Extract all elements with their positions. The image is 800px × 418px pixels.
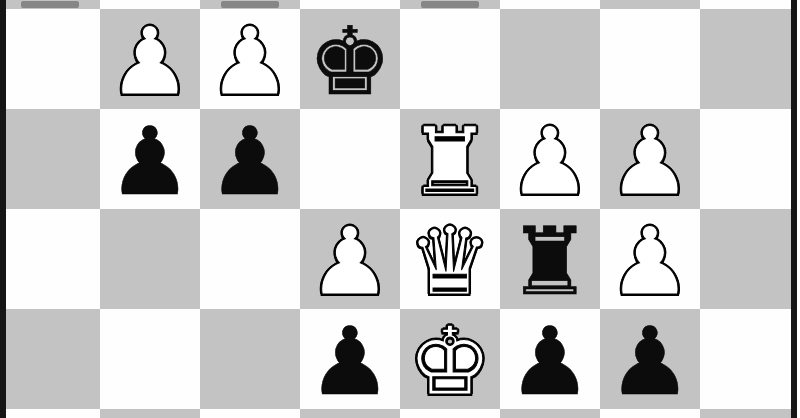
piece-white-pawn: ♟ — [508, 115, 592, 209]
square-h7[interactable] — [700, 0, 800, 9]
square-b2[interactable] — [100, 409, 200, 418]
cropped-piece-fragment — [421, 1, 479, 8]
square-g6[interactable] — [600, 9, 700, 109]
piece-white-king: ♚ — [408, 315, 492, 409]
square-h3[interactable] — [700, 309, 800, 409]
chess-board-diagram: ♟♟♚♟♟♜♟♟♟♛♜♟♟♚♟♟ — [0, 0, 800, 418]
square-f6[interactable] — [500, 9, 600, 109]
square-h6[interactable] — [700, 9, 800, 109]
cropped-piece-fragment — [21, 1, 79, 8]
square-g2[interactable] — [600, 409, 700, 418]
piece-white-pawn: ♟ — [108, 15, 192, 109]
piece-white-rook: ♜ — [408, 115, 492, 209]
square-d2[interactable] — [300, 409, 400, 418]
square-e6[interactable] — [400, 9, 500, 109]
piece-white-pawn: ♟ — [608, 215, 692, 309]
piece-black-king: ♚ — [308, 15, 392, 109]
piece-black-rook: ♜ — [508, 215, 592, 309]
piece-black-pawn: ♟ — [508, 315, 592, 409]
square-h2[interactable] — [700, 409, 800, 418]
square-a5[interactable] — [0, 109, 100, 209]
square-a7[interactable] — [0, 0, 100, 9]
piece-white-pawn: ♟ — [208, 15, 292, 109]
square-g7[interactable] — [600, 0, 700, 9]
square-a4[interactable] — [0, 209, 100, 309]
square-c2[interactable] — [200, 409, 300, 418]
square-d4[interactable]: ♟ — [300, 209, 400, 309]
square-e5[interactable]: ♜ — [400, 109, 500, 209]
piece-black-pawn: ♟ — [108, 115, 192, 209]
square-d5[interactable] — [300, 109, 400, 209]
square-b5[interactable]: ♟ — [100, 109, 200, 209]
piece-black-pawn: ♟ — [608, 315, 692, 409]
square-f2[interactable] — [500, 409, 600, 418]
square-b4[interactable] — [100, 209, 200, 309]
square-g3[interactable]: ♟ — [600, 309, 700, 409]
square-f3[interactable]: ♟ — [500, 309, 600, 409]
square-f4[interactable]: ♜ — [500, 209, 600, 309]
square-c3[interactable] — [200, 309, 300, 409]
square-b6[interactable]: ♟ — [100, 9, 200, 109]
square-a3[interactable] — [0, 309, 100, 409]
square-h5[interactable] — [700, 109, 800, 209]
square-b3[interactable] — [100, 309, 200, 409]
board-grid: ♟♟♚♟♟♜♟♟♟♛♜♟♟♚♟♟ — [0, 0, 800, 418]
square-d3[interactable]: ♟ — [300, 309, 400, 409]
square-c5[interactable]: ♟ — [200, 109, 300, 209]
square-h4[interactable] — [700, 209, 800, 309]
board-left-border — [0, 0, 6, 418]
square-a2[interactable] — [0, 409, 100, 418]
piece-white-queen: ♛ — [408, 215, 492, 309]
square-e4[interactable]: ♛ — [400, 209, 500, 309]
piece-white-pawn: ♟ — [608, 115, 692, 209]
piece-black-pawn: ♟ — [208, 115, 292, 209]
square-e7[interactable] — [400, 0, 500, 9]
square-f5[interactable]: ♟ — [500, 109, 600, 209]
square-g5[interactable]: ♟ — [600, 109, 700, 209]
square-d6[interactable]: ♚ — [300, 9, 400, 109]
square-c4[interactable] — [200, 209, 300, 309]
square-f7[interactable] — [500, 0, 600, 9]
square-c6[interactable]: ♟ — [200, 9, 300, 109]
piece-black-pawn: ♟ — [308, 315, 392, 409]
piece-white-pawn: ♟ — [308, 215, 392, 309]
square-e3[interactable]: ♚ — [400, 309, 500, 409]
square-a6[interactable] — [0, 9, 100, 109]
square-g4[interactable]: ♟ — [600, 209, 700, 309]
square-e2[interactable] — [400, 409, 500, 418]
